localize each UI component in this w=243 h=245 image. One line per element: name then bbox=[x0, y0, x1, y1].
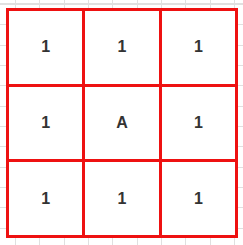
cell-r0c2[interactable]: 1 bbox=[162, 11, 235, 84]
cell-r2c1[interactable]: 1 bbox=[85, 162, 158, 235]
cell-r2c2[interactable]: 1 bbox=[162, 162, 235, 235]
puzzle-board: 1 1 1 1 A 1 1 1 1 bbox=[6, 8, 238, 238]
cell-r0c1[interactable]: 1 bbox=[85, 11, 158, 84]
cell-r1c2[interactable]: 1 bbox=[162, 87, 235, 160]
cell-r0c0[interactable]: 1 bbox=[9, 11, 82, 84]
cell-r2c0[interactable]: 1 bbox=[9, 162, 82, 235]
spreadsheet-canvas: 1 1 1 1 A 1 1 1 1 bbox=[0, 0, 243, 245]
cell-r1c0[interactable]: 1 bbox=[9, 87, 82, 160]
cell-r1c1[interactable]: A bbox=[85, 87, 158, 160]
